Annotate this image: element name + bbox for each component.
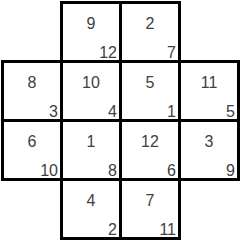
cell-sub-number: 8	[108, 163, 117, 179]
cell-sub-number: 7	[167, 45, 176, 61]
cell-main-number: 8	[4, 75, 60, 91]
cell-r2c4[interactable]: 11 5	[178, 60, 240, 122]
cell-sub-number: 5	[226, 104, 235, 120]
cell-r4c3[interactable]: 7 11	[119, 178, 181, 240]
cell-r2c1[interactable]: 8 3	[1, 60, 63, 122]
puzzle-board: 9 12 2 7 8 3 10 4 5 1 11 5 6 10 1 8 12 6…	[1, 1, 237, 237]
cell-sub-number: 10	[40, 163, 58, 179]
cell-main-number: 6	[4, 134, 60, 150]
cell-sub-number: 3	[49, 104, 58, 120]
cell-main-number: 1	[63, 134, 119, 150]
empty-corner-r1c4	[178, 1, 240, 63]
cell-main-number: 9	[63, 16, 119, 32]
cell-r4c2[interactable]: 4 2	[60, 178, 122, 240]
cell-r1c2[interactable]: 9 12	[60, 1, 122, 63]
cell-sub-number: 9	[226, 163, 235, 179]
cell-r1c3[interactable]: 2 7	[119, 1, 181, 63]
cell-r3c4[interactable]: 3 9	[178, 119, 240, 181]
cell-sub-number: 4	[108, 104, 117, 120]
cell-main-number: 12	[122, 134, 178, 150]
cell-sub-number: 2	[108, 222, 117, 238]
cell-main-number: 11	[181, 75, 237, 91]
cell-sub-number: 11	[159, 222, 176, 238]
cell-main-number: 4	[63, 193, 119, 209]
cell-r2c2[interactable]: 10 4	[60, 60, 122, 122]
cell-main-number: 7	[122, 193, 178, 209]
cell-r3c2[interactable]: 1 8	[60, 119, 122, 181]
cell-main-number: 2	[122, 16, 178, 32]
empty-corner-r1c1	[1, 1, 63, 63]
cell-sub-number: 6	[167, 163, 176, 179]
empty-corner-r4c4	[178, 178, 240, 240]
cell-main-number: 3	[181, 134, 237, 150]
cell-main-number: 10	[63, 75, 119, 91]
cell-main-number: 5	[122, 75, 178, 91]
cell-sub-number: 12	[99, 45, 117, 61]
cell-r3c1[interactable]: 6 10	[1, 119, 63, 181]
cell-r2c3[interactable]: 5 1	[119, 60, 181, 122]
cell-sub-number: 1	[167, 104, 176, 120]
empty-corner-r4c1	[1, 178, 63, 240]
cell-r3c3[interactable]: 12 6	[119, 119, 181, 181]
